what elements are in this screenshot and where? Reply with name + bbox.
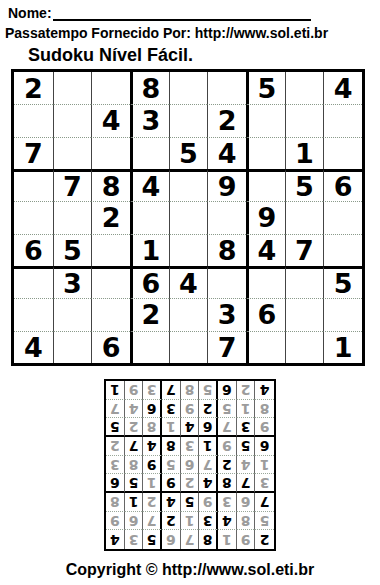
sudoku-cell[interactable] <box>207 72 246 104</box>
sudoku-cell[interactable] <box>207 266 246 298</box>
copyright-text: Copyright © http://www.sol.eti.br <box>0 561 380 579</box>
sudoku-cell: 5 <box>246 72 285 104</box>
sudoku-worksheet: Nome: Passatempo Fornecido Por: http://w… <box>0 0 380 585</box>
sudoku-cell: 3 <box>130 104 169 136</box>
solution-cell: 2 <box>199 400 218 419</box>
sudoku-cell[interactable] <box>91 234 130 266</box>
sudoku-cell[interactable] <box>53 298 92 330</box>
solution-cell: 8 <box>218 474 237 493</box>
solution-cell: 1 <box>199 437 218 456</box>
solution-cell: 1 <box>255 456 274 475</box>
solution-cell: 3 <box>125 530 144 549</box>
solution-cell: 8 <box>143 418 162 437</box>
sudoku-cell: 6 <box>130 266 169 298</box>
sudoku-cell[interactable] <box>285 298 324 330</box>
solution-cell: 7 <box>162 381 181 400</box>
sudoku-cell: 4 <box>130 169 169 201</box>
sudoku-cell[interactable] <box>53 104 92 136</box>
solution-cell: 7 <box>199 456 218 475</box>
sudoku-cell: 2 <box>91 201 130 233</box>
solution-cell: 3 <box>255 474 274 493</box>
sudoku-cell[interactable] <box>323 201 362 233</box>
solution-cell: 2 <box>143 493 162 512</box>
solution-cell: 1 <box>143 474 162 493</box>
sudoku-cell[interactable] <box>14 169 53 201</box>
solution-cell: 8 <box>106 493 125 512</box>
sudoku-cell[interactable] <box>207 201 246 233</box>
solution-cell: 8 <box>181 381 200 400</box>
sudoku-cell: 5 <box>53 234 92 266</box>
sudoku-cell: 8 <box>207 234 246 266</box>
solution-cell: 4 <box>237 456 256 475</box>
solution-cell: 3 <box>181 437 200 456</box>
solution-cell: 8 <box>255 400 274 419</box>
sudoku-cell[interactable] <box>91 137 130 169</box>
solution-cell: 8 <box>237 512 256 531</box>
sudoku-cell[interactable] <box>323 298 362 330</box>
sudoku-cell: 4 <box>207 137 246 169</box>
solution-cell: 1 <box>125 493 144 512</box>
solution-cell: 4 <box>162 493 181 512</box>
solution-cell: 7 <box>218 418 237 437</box>
sudoku-cell: 7 <box>207 331 246 363</box>
sudoku-cell: 5 <box>285 169 324 201</box>
name-row: Nome: <box>0 0 380 21</box>
solution-cell: 2 <box>125 418 144 437</box>
solution-cell: 5 <box>218 400 237 419</box>
solution-cell: 2 <box>106 437 125 456</box>
solution-cell: 9 <box>106 512 125 531</box>
sudoku-cell[interactable] <box>14 104 53 136</box>
solution-cell: 3 <box>143 381 162 400</box>
solution-grid: 2918765345843127697639542183784291561427… <box>104 379 276 551</box>
sudoku-cell[interactable] <box>169 331 208 363</box>
sudoku-cell: 9 <box>207 169 246 201</box>
solution-cell: 3 <box>106 456 125 475</box>
solution-cell: 9 <box>143 456 162 475</box>
name-fill-line <box>53 6 311 21</box>
solution-cell: 9 <box>125 381 144 400</box>
sudoku-cell[interactable] <box>323 234 362 266</box>
sudoku-cell: 2 <box>207 104 246 136</box>
solution-cell: 3 <box>162 400 181 419</box>
solution-cell: 6 <box>125 512 144 531</box>
solution-cell: 8 <box>162 437 181 456</box>
solution-cell: 5 <box>125 474 144 493</box>
sudoku-cell: 5 <box>323 266 362 298</box>
sudoku-cell[interactable] <box>91 266 130 298</box>
sudoku-cell: 6 <box>323 169 362 201</box>
sudoku-cell: 7 <box>14 137 53 169</box>
solution-cell: 1 <box>181 512 200 531</box>
sudoku-cell: 2 <box>130 298 169 330</box>
sudoku-cell[interactable] <box>246 104 285 136</box>
solution-cell: 6 <box>218 381 237 400</box>
solution-cell: 8 <box>199 530 218 549</box>
sudoku-cell[interactable] <box>169 201 208 233</box>
sudoku-cell: 2 <box>14 72 53 104</box>
solution-cell: 4 <box>255 381 274 400</box>
solution-cell: 6 <box>199 418 218 437</box>
solution-cell: 1 <box>162 418 181 437</box>
name-label: Nome: <box>8 5 52 21</box>
solution-cell: 5 <box>106 418 125 437</box>
sudoku-cell[interactable] <box>169 104 208 136</box>
sudoku-cell[interactable] <box>91 72 130 104</box>
sudoku-cell: 4 <box>323 72 362 104</box>
sudoku-cell[interactable] <box>285 266 324 298</box>
solution-cell: 4 <box>125 400 144 419</box>
solution-cell: 7 <box>125 437 144 456</box>
solution-cell: 1 <box>237 400 256 419</box>
sudoku-cell[interactable] <box>53 331 92 363</box>
sudoku-cell: 4 <box>169 266 208 298</box>
solution-cell: 5 <box>181 493 200 512</box>
sudoku-cell: 3 <box>207 298 246 330</box>
sudoku-cell[interactable] <box>169 298 208 330</box>
sudoku-cell: 4 <box>14 331 53 363</box>
solution-cell: 4 <box>106 530 125 549</box>
solution-cell: 2 <box>162 512 181 531</box>
solution-cell: 8 <box>125 456 144 475</box>
sudoku-cell[interactable] <box>246 331 285 363</box>
solution-cell: 3 <box>199 512 218 531</box>
sudoku-cell[interactable] <box>53 137 92 169</box>
sudoku-cell[interactable] <box>53 72 92 104</box>
solution-cell: 9 <box>255 418 274 437</box>
sudoku-cell[interactable] <box>323 137 362 169</box>
solution-cell: 4 <box>218 512 237 531</box>
sudoku-grid: 285443275417849562965184736452364671 <box>11 69 365 366</box>
sudoku-cell[interactable] <box>246 169 285 201</box>
sudoku-cell[interactable] <box>130 201 169 233</box>
sudoku-cell[interactable] <box>246 266 285 298</box>
sudoku-cell: 4 <box>91 104 130 136</box>
solution-cell: 7 <box>237 474 256 493</box>
solution-cell: 9 <box>199 493 218 512</box>
solution-cell: 4 <box>181 418 200 437</box>
sudoku-cell[interactable] <box>91 298 130 330</box>
sudoku-cell: 1 <box>130 234 169 266</box>
solution-cell: 2 <box>181 474 200 493</box>
sudoku-cell: 6 <box>246 298 285 330</box>
solution-cell: 9 <box>237 530 256 549</box>
solution-cell: 3 <box>237 418 256 437</box>
solution-cell: 9 <box>218 437 237 456</box>
sudoku-cell: 4 <box>246 234 285 266</box>
solution-cell: 7 <box>106 400 125 419</box>
page-title: Sudoku Nível Fácil. <box>28 45 380 65</box>
solution-cell: 5 <box>143 530 162 549</box>
solution-cell: 2 <box>237 381 256 400</box>
solution-cell: 7 <box>255 493 274 512</box>
sudoku-cell[interactable] <box>169 72 208 104</box>
sudoku-cell[interactable] <box>130 331 169 363</box>
sudoku-cell[interactable] <box>169 234 208 266</box>
sudoku-cell: 7 <box>53 169 92 201</box>
sudoku-cell: 1 <box>323 331 362 363</box>
solution-cell: 9 <box>162 474 181 493</box>
sudoku-cell: 5 <box>169 137 208 169</box>
solution-cell: 5 <box>162 456 181 475</box>
sudoku-cell: 6 <box>14 234 53 266</box>
solution-cell: 5 <box>237 437 256 456</box>
sudoku-cell[interactable] <box>14 266 53 298</box>
provider-line: Passatempo Fornecido Por: http://www.sol… <box>5 25 380 41</box>
sudoku-cell[interactable] <box>14 201 53 233</box>
solution-cell: 5 <box>199 381 218 400</box>
sudoku-cell[interactable] <box>169 169 208 201</box>
sudoku-cell[interactable] <box>323 104 362 136</box>
solution-cell: 3 <box>218 493 237 512</box>
sudoku-cell[interactable] <box>130 137 169 169</box>
solution-cell: 7 <box>143 512 162 531</box>
sudoku-cell[interactable] <box>285 72 324 104</box>
sudoku-cell[interactable] <box>246 137 285 169</box>
sudoku-cell: 9 <box>246 201 285 233</box>
solution-cell: 9 <box>181 400 200 419</box>
sudoku-cell[interactable] <box>14 298 53 330</box>
solution-cell: 6 <box>106 474 125 493</box>
solution-cell: 5 <box>255 512 274 531</box>
sudoku-cell: 3 <box>53 266 92 298</box>
solution-cell: 2 <box>255 530 274 549</box>
sudoku-cell[interactable] <box>53 201 92 233</box>
solution-cell: 6 <box>162 530 181 549</box>
sudoku-cell: 8 <box>91 169 130 201</box>
sudoku-cell: 6 <box>91 331 130 363</box>
sudoku-cell[interactable] <box>285 104 324 136</box>
sudoku-cell[interactable] <box>285 201 324 233</box>
solution-cell: 6 <box>255 437 274 456</box>
sudoku-cell: 7 <box>285 234 324 266</box>
solution-cell: 1 <box>106 381 125 400</box>
sudoku-cell: 1 <box>285 137 324 169</box>
solution-cell: 1 <box>218 530 237 549</box>
sudoku-cell: 8 <box>130 72 169 104</box>
solution-cell: 6 <box>143 400 162 419</box>
solution-cell: 7 <box>181 530 200 549</box>
solution-cell: 6 <box>237 493 256 512</box>
sudoku-cell[interactable] <box>285 331 324 363</box>
solution-cell: 4 <box>199 474 218 493</box>
solution-cell: 6 <box>181 456 200 475</box>
solution-cell: 4 <box>143 437 162 456</box>
solution-cell: 2 <box>218 456 237 475</box>
